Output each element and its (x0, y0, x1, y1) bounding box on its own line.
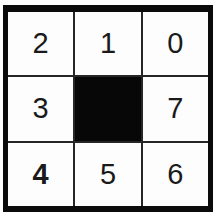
tile-6[interactable]: 6 (143, 143, 208, 206)
tile-4[interactable]: 4 (8, 143, 73, 206)
tile-1[interactable]: 1 (75, 12, 140, 75)
tile-7[interactable]: 7 (143, 77, 208, 140)
puzzle-board: 2 1 0 3 7 4 5 6 (3, 5, 213, 212)
tile-3[interactable]: 3 (8, 77, 73, 140)
blank-cell (75, 77, 140, 140)
puzzle-diagram: 2 1 0 3 7 4 5 6 (0, 0, 218, 216)
tile-2[interactable]: 2 (8, 12, 73, 75)
tile-5[interactable]: 5 (75, 143, 140, 206)
tile-0[interactable]: 0 (143, 12, 208, 75)
